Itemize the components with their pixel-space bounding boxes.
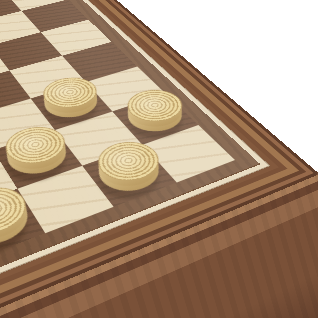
photo-background: ⛀⛀⛀⛀⛀⛀⛀⛀⛀⛀⛀⛀ — [0, 0, 318, 318]
checkers-board: ⛀⛀⛀⛀⛀⛀⛀⛀⛀⛀⛀⛀ — [0, 0, 318, 318]
checker-piece[interactable]: ⛀ — [119, 97, 192, 140]
checker-piece[interactable]: ⛀ — [0, 134, 76, 184]
board-square-r7c6[interactable]: ⛀ — [0, 130, 82, 189]
